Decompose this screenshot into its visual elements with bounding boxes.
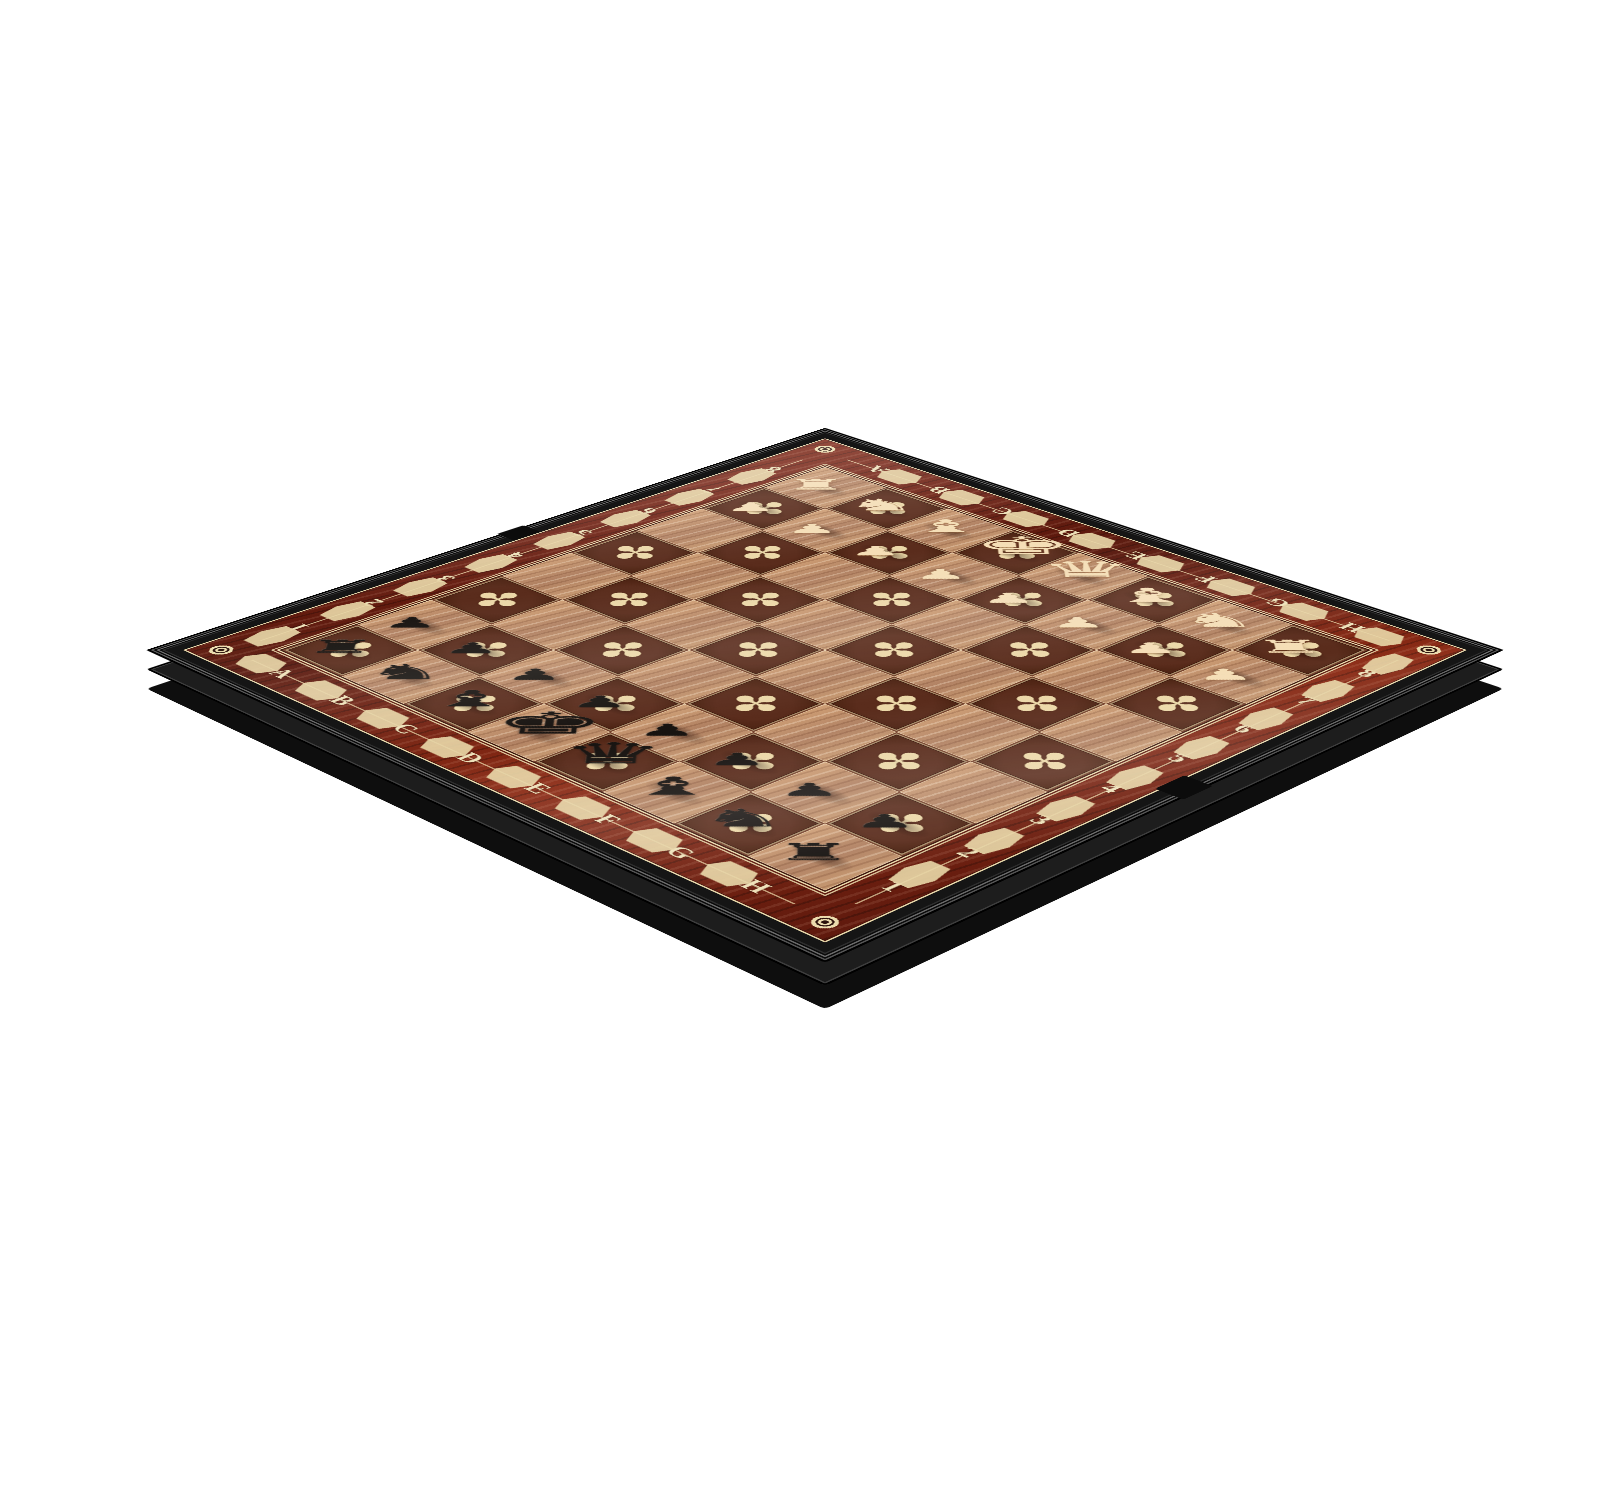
- quatrefoil-ornament: ✤: [684, 676, 825, 732]
- coordinate-label-6: 6: [1187, 706, 1300, 753]
- piece-white-pawn: ♟: [1191, 667, 1257, 682]
- quatrefoil-ornament: ✤: [674, 792, 825, 856]
- square-h2: ✤♟: [825, 792, 976, 856]
- quatrefoil-ornament: ✤: [544, 676, 685, 732]
- quatrefoil-ornament: ✤: [971, 732, 1117, 792]
- piece-contact-shadow: [707, 807, 788, 842]
- square-f5: [894, 650, 1032, 704]
- square-e3: ✤: [684, 676, 825, 732]
- square-g4: [897, 704, 1040, 762]
- coordinate-label-g: G: [619, 826, 743, 880]
- piece-white-rook: ♜: [785, 478, 840, 492]
- piece-white-pawn: ♟: [846, 545, 904, 558]
- rank-labels-near: 12345678: [830, 652, 1422, 915]
- square-g5: ✤: [966, 676, 1107, 732]
- chess-board: ABCDEFGH ABCDEFGH 12345678 12345678 ♜✤♞♝…: [146, 428, 1504, 963]
- piece-white-pawn: ♟: [911, 568, 970, 581]
- quatrefoil-ornament: ✤: [825, 732, 971, 792]
- coordinate-label-d: D: [413, 734, 529, 782]
- piece-white-knight: ♞: [846, 497, 902, 513]
- product-photo-page: ABCDEFGH ABCDEFGH 12345678 12345678 ♜✤♞♝…: [0, 0, 1600, 1500]
- ring-dot-motif-left-corner: [203, 643, 240, 657]
- perspective-scene: ABCDEFGH ABCDEFGH 12345678 12345678 ♜✤♞♝…: [0, 0, 1600, 1500]
- piece-white-pawn: ♟: [1118, 641, 1182, 656]
- piece-black-king: ♚: [490, 708, 560, 738]
- coordinate-label-3: 3: [981, 794, 1102, 846]
- board-frame: ABCDEFGH ABCDEFGH 12345678 12345678 ♜✤♞♝…: [146, 428, 1504, 963]
- ring-dot-motif-far-corner: [809, 444, 841, 455]
- coordinate-label-f: F: [548, 794, 669, 846]
- piece-white-bishop: ♝: [1107, 585, 1170, 604]
- piece-black-pawn: ♟: [776, 781, 843, 798]
- piece-contact-shadow: [635, 776, 714, 810]
- piece-black-pawn: ♟: [439, 641, 504, 656]
- ring-dot-motif-near-corner: [803, 912, 846, 932]
- piece-contact-shadow: [857, 807, 940, 842]
- square-f2: ✤♟: [679, 732, 825, 792]
- square-g6: [1032, 650, 1170, 704]
- board-border: ABCDEFGH ABCDEFGH 12345678 12345678 ♜✤♞♝…: [183, 438, 1467, 942]
- coordinate-label-2: 2: [907, 826, 1031, 880]
- piece-black-bishop: ♝: [627, 774, 696, 799]
- coordinate-label-c: C: [349, 706, 462, 753]
- coordinate-label-7: 7: [1251, 678, 1362, 723]
- piece-black-pawn: ♟: [502, 667, 567, 682]
- piece-white-rook: ♜: [1252, 638, 1319, 656]
- square-f3: [753, 704, 896, 762]
- piece-white-bishop: ♝: [908, 517, 966, 535]
- piece-white-queen: ♛: [1038, 558, 1100, 581]
- piece-white-king: ♚: [972, 534, 1032, 558]
- piece-black-queen: ♛: [557, 739, 627, 768]
- file-labels-near: ABCDEFGH: [228, 652, 820, 915]
- coordinate-label-8: 8: [1313, 652, 1421, 696]
- piece-black-bishop: ♝: [426, 687, 494, 709]
- square-h6: ✤: [1106, 676, 1247, 732]
- square-h3: [899, 761, 1047, 823]
- square-h4: ✤: [971, 732, 1117, 792]
- square-g3: ✤: [825, 732, 971, 792]
- piece-white-pawn: ♟: [978, 591, 1039, 605]
- square-d1: ♚: [467, 704, 610, 762]
- square-c1: ✤♝: [403, 676, 544, 732]
- coordinate-label-e: E: [479, 763, 597, 813]
- quatrefoil-ornament: ✤: [966, 676, 1107, 732]
- piece-white-knight: ♞: [1178, 611, 1243, 630]
- piece-contact-shadow: [711, 746, 789, 778]
- square-d2: ✤♟: [544, 676, 685, 732]
- piece-black-rook: ♜: [303, 638, 370, 656]
- piece-black-pawn: ♟: [704, 751, 771, 768]
- square-c2: ♟: [480, 650, 618, 704]
- coordinate-label-4: 4: [1052, 763, 1170, 813]
- square-d3: [618, 650, 756, 704]
- quatrefoil-ornament: ✤: [825, 792, 976, 856]
- piece-contact-shadow: [566, 746, 643, 778]
- piece-contact-shadow: [499, 718, 574, 749]
- square-f1: ♝: [602, 761, 750, 823]
- piece-black-pawn: ♟: [379, 616, 443, 630]
- piece-white-pawn: ♟: [1047, 616, 1110, 630]
- square-g2: ♟: [751, 761, 899, 823]
- square-h1: ♜: [748, 824, 902, 891]
- coordinate-label-h: H: [693, 858, 820, 914]
- quatrefoil-ornament: ✤: [534, 732, 680, 792]
- square-f4: ✤: [825, 676, 966, 732]
- square-e4: [756, 650, 894, 704]
- piece-contact-shadow: [783, 776, 863, 810]
- square-e1: ✤♛: [534, 732, 680, 792]
- piece-black-rook: ♜: [774, 840, 844, 863]
- coordinate-label-1: 1: [830, 858, 957, 914]
- square-b1: ♞: [342, 650, 480, 704]
- piece-contact-shadow: [642, 718, 718, 749]
- piece-white-pawn: ♟: [784, 522, 841, 534]
- piece-black-knight: ♞: [699, 806, 768, 831]
- square-g1: ✤♞: [674, 792, 825, 856]
- square-h7: ♟: [1170, 650, 1308, 704]
- piece-contact-shadow: [781, 839, 864, 875]
- piece-white-pawn: ♟: [722, 501, 778, 513]
- quatrefoil-ornament: ✤: [1106, 676, 1247, 732]
- piece-black-pawn: ♟: [634, 722, 700, 738]
- square-h5: [1040, 704, 1183, 762]
- piece-black-knight: ♞: [363, 662, 431, 682]
- quatrefoil-ornament: ✤: [679, 732, 825, 792]
- quatrefoil-ornament: ✤: [825, 676, 966, 732]
- coordinate-label-5: 5: [1121, 734, 1237, 782]
- coordinate-label-b: B: [288, 678, 399, 723]
- square-e2: ♟: [610, 704, 753, 762]
- piece-black-pawn: ♟: [850, 812, 919, 830]
- coordinate-label-a: A: [228, 652, 336, 696]
- ring-dot-motif-right-corner: [1410, 643, 1447, 657]
